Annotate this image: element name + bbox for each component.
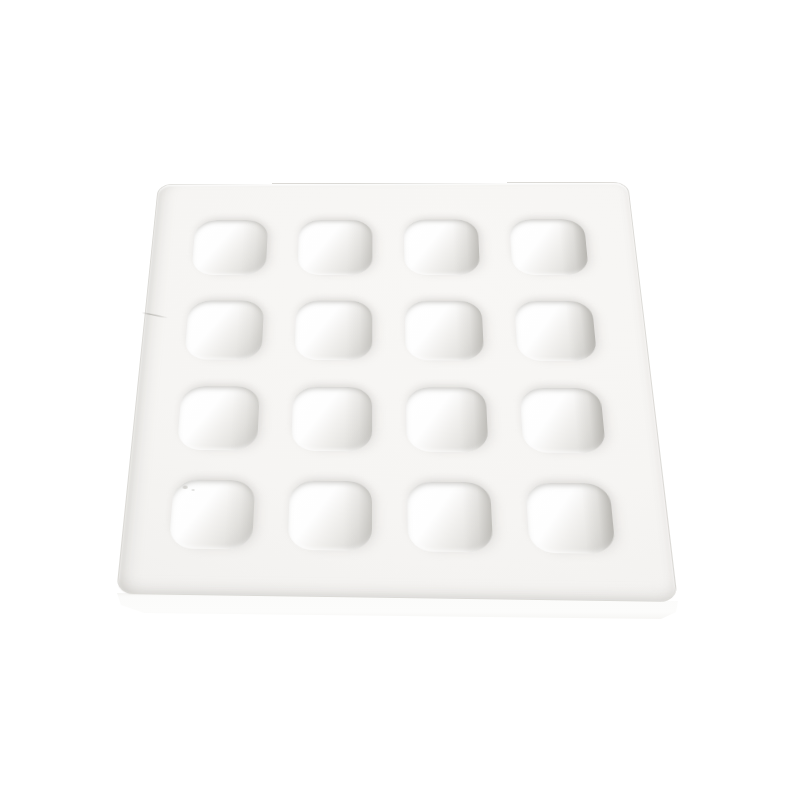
cell-r3c1 <box>159 373 278 466</box>
cell-r2c2 <box>277 288 389 374</box>
cavity-r1c3-empty[interactable] <box>404 220 481 275</box>
cell-r3c3 <box>389 374 507 468</box>
cell-r4c2 <box>269 466 390 568</box>
cavity-r3c4-empty[interactable] <box>519 388 606 453</box>
cavity-r3c2-empty[interactable] <box>291 387 372 452</box>
cavity-r4c1-empty[interactable] <box>169 480 256 550</box>
cavity-r4c2-empty[interactable] <box>288 481 372 551</box>
cell-r1c3 <box>388 208 497 288</box>
cavity-r1c2-empty[interactable] <box>297 220 372 275</box>
cell-r2c3 <box>389 288 502 374</box>
photo-background <box>0 0 800 800</box>
cavity-r2c4-empty[interactable] <box>514 301 597 361</box>
cavity-r3c3-empty[interactable] <box>406 388 489 453</box>
cavity-r2c3-empty[interactable] <box>405 301 484 361</box>
cell-r1c1 <box>175 208 285 287</box>
cavity-r2c2-empty[interactable] <box>294 300 372 360</box>
cell-r1c4 <box>493 207 607 288</box>
cell-r4c1 <box>150 465 274 566</box>
cell-r3c2 <box>273 373 389 466</box>
cell-r4c4 <box>507 468 636 571</box>
cavity-r2c1-empty[interactable] <box>184 300 264 359</box>
cavity-grid <box>117 183 679 603</box>
cavity-r4c4-empty[interactable] <box>525 483 616 554</box>
cavity-r1c1-empty[interactable] <box>191 220 268 275</box>
cavity-r4c3-empty[interactable] <box>407 482 493 553</box>
cell-r3c4 <box>502 374 626 468</box>
cell-r4c3 <box>390 467 513 569</box>
cell-r1c2 <box>281 208 388 288</box>
cell-r2c4 <box>497 288 616 375</box>
cavity-r1c4-empty[interactable] <box>509 219 589 275</box>
cavity-r3c1-empty[interactable] <box>177 387 260 451</box>
tray-board <box>116 182 678 602</box>
cell-r2c1 <box>167 288 281 374</box>
